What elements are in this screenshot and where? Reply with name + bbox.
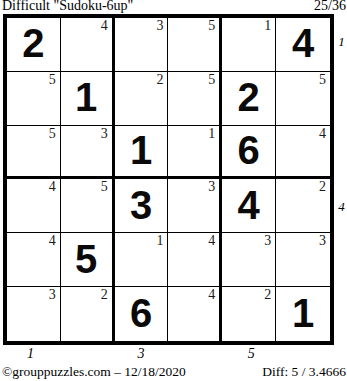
cell-r5c6[interactable]: 3	[276, 233, 330, 287]
big-digit: 1	[292, 293, 314, 333]
col-label-5: 5	[224, 346, 279, 362]
corner-clue: 2	[319, 179, 326, 194]
footer: ©grouppuzzles.com – 12/18/2020 Diff: 5 /…	[2, 364, 346, 380]
corner-clue: 4	[208, 233, 215, 248]
puzzle-page: Difficult "Sudoku-6up" 25/36 24351451252…	[0, 0, 347, 381]
col-labels: 1 3 5	[3, 346, 334, 362]
cell-r1c3[interactable]: 3	[115, 18, 169, 72]
big-digit: 2	[22, 23, 44, 63]
row-labels: 1 4	[336, 14, 347, 345]
page-title: Difficult "Sudoku-6up"	[2, 0, 133, 14]
cell-r5c3[interactable]: 1	[115, 233, 169, 287]
corner-clue: 3	[49, 287, 56, 302]
corner-clue: 3	[156, 18, 163, 33]
cell-r5c5[interactable]: 3	[222, 233, 276, 287]
cell-r4c6[interactable]: 2	[276, 179, 330, 233]
cell-r3c2[interactable]: 3	[61, 126, 115, 180]
corner-clue: 3	[208, 179, 215, 194]
corner-clue: 5	[319, 72, 326, 87]
corner-clue: 3	[101, 126, 108, 141]
corner-clue: 4	[208, 287, 215, 302]
corner-clue: 4	[49, 233, 56, 248]
corner-clue: 5	[101, 179, 108, 194]
row-label-1: 1	[336, 14, 347, 69]
big-digit: 4	[238, 185, 260, 225]
cell-r2c4[interactable]: 5	[168, 72, 222, 126]
cell-r6c5[interactable]: 2	[222, 287, 276, 341]
corner-clue: 3	[319, 233, 326, 248]
cell-r1c6[interactable]: 4	[276, 18, 330, 72]
big-digit: 4	[292, 23, 314, 63]
corner-clue: 4	[319, 126, 326, 141]
cell-r2c3[interactable]: 2	[115, 72, 169, 126]
corner-clue: 4	[49, 179, 56, 194]
cell-r4c2[interactable]: 5	[61, 179, 115, 233]
big-digit: 2	[238, 77, 260, 117]
cell-r6c3[interactable]: 6	[115, 287, 169, 341]
big-digit: 1	[75, 77, 97, 117]
cell-r5c2[interactable]: 5	[61, 233, 115, 287]
cell-r1c5[interactable]: 1	[222, 18, 276, 72]
corner-clue: 4	[101, 18, 108, 33]
big-digit: 6	[238, 130, 260, 170]
cell-r2c6[interactable]: 5	[276, 72, 330, 126]
corner-clue: 1	[264, 18, 271, 33]
cell-r4c5[interactable]: 4	[222, 179, 276, 233]
cell-r3c1[interactable]: 5	[7, 126, 61, 180]
corner-clue: 2	[264, 287, 271, 302]
cell-r1c2[interactable]: 4	[61, 18, 115, 72]
corner-clue: 5	[49, 126, 56, 141]
corner-clue: 2	[101, 287, 108, 302]
cell-r3c5[interactable]: 6	[222, 126, 276, 180]
corner-clue: 1	[156, 233, 163, 248]
clue-counter: 25/36	[314, 0, 346, 14]
col-label-3: 3	[113, 346, 168, 362]
col-label-1: 1	[3, 346, 58, 362]
cell-r4c4[interactable]: 3	[168, 179, 222, 233]
cell-r1c1[interactable]: 2	[7, 18, 61, 72]
cell-r6c6[interactable]: 1	[276, 287, 330, 341]
cell-r6c2[interactable]: 2	[61, 287, 115, 341]
big-digit: 1	[130, 130, 152, 170]
cell-r2c2[interactable]: 1	[61, 72, 115, 126]
cell-r4c3[interactable]: 3	[115, 179, 169, 233]
copyright-date: ©grouppuzzles.com – 12/18/2020	[2, 364, 186, 380]
cell-r3c4[interactable]: 1	[168, 126, 222, 180]
corner-clue: 5	[49, 72, 56, 87]
cell-r5c4[interactable]: 4	[168, 233, 222, 287]
cell-r5c1[interactable]: 4	[7, 233, 61, 287]
corner-clue: 5	[208, 18, 215, 33]
cell-r6c4[interactable]: 4	[168, 287, 222, 341]
row-label-4: 4	[336, 180, 347, 235]
corner-clue: 1	[208, 126, 215, 141]
big-digit: 3	[130, 185, 152, 225]
big-digit: 5	[75, 239, 97, 279]
cell-r4c1[interactable]: 4	[7, 179, 61, 233]
corner-clue: 3	[264, 233, 271, 248]
corner-clue: 2	[156, 72, 163, 87]
cell-r2c5[interactable]: 2	[222, 72, 276, 126]
cell-r1c4[interactable]: 5	[168, 18, 222, 72]
corner-clue: 5	[208, 72, 215, 87]
cell-r3c3[interactable]: 1	[115, 126, 169, 180]
cell-r2c1[interactable]: 5	[7, 72, 61, 126]
cell-r3c6[interactable]: 4	[276, 126, 330, 180]
difficulty-rating: Diff: 5 / 3.4666	[262, 364, 346, 380]
big-digit: 6	[130, 293, 152, 333]
board: 243514512525531164453342451433326421	[3, 14, 334, 345]
cell-r6c1[interactable]: 3	[7, 287, 61, 341]
